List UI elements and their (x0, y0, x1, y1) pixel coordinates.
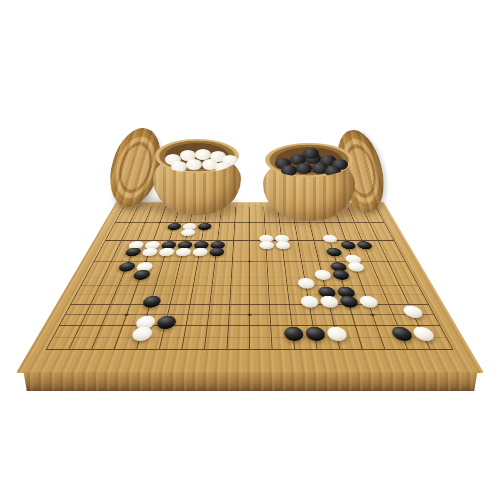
board-cell (258, 244, 275, 251)
board-cell (433, 331, 461, 343)
board-cell (162, 290, 184, 299)
go-set-photo (0, 0, 500, 500)
board-cell (399, 265, 421, 273)
board-cell (172, 331, 196, 343)
white-stone (259, 241, 274, 249)
black-stone-in-bowl (303, 148, 319, 159)
board-cell (239, 331, 261, 343)
board-cell (224, 250, 241, 257)
board-cell (204, 273, 223, 281)
black-stone (325, 248, 342, 256)
board-cell (198, 309, 220, 320)
board-cell (175, 320, 198, 331)
board-cell (240, 290, 260, 299)
board-cell (219, 309, 240, 320)
board-cell (220, 299, 240, 309)
board-cell (147, 343, 173, 356)
white-stone-bowl (153, 139, 241, 215)
board-cell (259, 281, 278, 290)
board-cell (207, 250, 225, 257)
white-stone-in-bowl (186, 159, 202, 170)
white-stone (192, 248, 208, 256)
board-cell (241, 250, 258, 257)
board-cell (221, 290, 241, 299)
board-cell (187, 265, 206, 273)
board-cell (242, 244, 259, 251)
board-cell (240, 281, 259, 290)
board-cell (221, 281, 240, 290)
board-cell (261, 343, 284, 356)
board-cell (421, 309, 447, 320)
board-cell (150, 331, 175, 343)
board-cell (240, 309, 261, 320)
board-cell (167, 273, 187, 281)
white-stone (275, 241, 290, 249)
black-stone-bowl (263, 143, 355, 221)
board-cell (153, 320, 177, 331)
board-cell (308, 250, 327, 257)
board-cell (293, 258, 312, 265)
board-cell (407, 281, 431, 290)
board-cell (416, 299, 441, 309)
board-grid (32, 204, 468, 356)
black-stone (209, 248, 225, 256)
board-cell (173, 250, 192, 257)
board-cell (279, 299, 300, 309)
board-cell (279, 290, 299, 299)
board-cell (276, 265, 295, 273)
board-cell (181, 290, 202, 299)
board-cell (427, 320, 454, 331)
white-stone (300, 296, 319, 308)
board-cell (260, 290, 280, 299)
board-cell (259, 258, 277, 265)
board-cell (277, 273, 296, 281)
board-cell (241, 273, 259, 281)
black-stone (283, 327, 304, 341)
board-front-edge (16, 372, 484, 391)
board-cell (388, 244, 408, 251)
board-cell (190, 250, 208, 257)
board-cell (189, 258, 208, 265)
white-stone (322, 235, 338, 243)
black-stone (197, 223, 212, 230)
board-cell (304, 331, 328, 343)
board-cell (292, 250, 310, 257)
board-cell (305, 343, 330, 356)
board-cell (224, 258, 242, 265)
board-cell (185, 273, 205, 281)
white-stone (313, 270, 331, 280)
white-stone (175, 248, 192, 256)
go-board (16, 202, 484, 373)
board-cell (177, 309, 199, 320)
board-cell (260, 320, 282, 331)
white-stone (180, 229, 195, 236)
board-cell (159, 299, 181, 309)
board-cell (412, 290, 436, 299)
board-cell (300, 309, 322, 320)
board-cell (294, 265, 313, 273)
board-cell (291, 244, 309, 251)
board-cell (313, 273, 333, 281)
board-cell (223, 265, 241, 273)
board-cell (179, 299, 201, 309)
board-cell (321, 309, 344, 320)
board-cell (299, 299, 321, 309)
board-cell (241, 258, 259, 265)
board-cell (275, 250, 293, 257)
board-cell (193, 343, 217, 356)
board-cell (206, 258, 224, 265)
board-cell (283, 343, 307, 356)
board-cell (239, 320, 260, 331)
board-cell (217, 331, 240, 343)
board-cell (276, 258, 294, 265)
white-stone (158, 248, 175, 256)
board-cell (310, 258, 329, 265)
board-cell (218, 320, 240, 331)
bowl-opening (155, 139, 239, 173)
board-cell (403, 273, 426, 281)
board-cell (259, 273, 278, 281)
board-cell (259, 265, 277, 273)
board-cell (241, 265, 259, 273)
board-cell (296, 281, 316, 290)
board-cell (201, 290, 221, 299)
board-cell (260, 299, 280, 309)
board-cell (200, 299, 221, 309)
board-cell (239, 343, 262, 356)
board-cell (258, 250, 275, 257)
black-stone (166, 223, 181, 230)
board-cell (261, 331, 284, 343)
board-cell (196, 320, 218, 331)
board-cell (202, 281, 222, 290)
board-cell (319, 299, 341, 309)
board-cell (205, 265, 224, 273)
board-cell (391, 250, 412, 257)
board-cell (307, 244, 325, 251)
board-cell (395, 258, 416, 265)
board-cell (183, 281, 203, 290)
board-cell (240, 299, 260, 309)
board-cell (222, 273, 241, 281)
board-cell (164, 281, 185, 290)
board-cell (170, 343, 195, 356)
board-cell (274, 244, 291, 251)
board-cell (169, 265, 189, 273)
board-cell (216, 343, 239, 356)
board-cell (278, 281, 298, 290)
bowl-opening (265, 143, 353, 177)
black-stone-in-bowl (296, 163, 312, 174)
board-cell (225, 244, 242, 251)
board-cell (171, 258, 190, 265)
board-cell (280, 309, 302, 320)
board-cell (195, 331, 218, 343)
board-cell (260, 309, 281, 320)
board-cell (282, 331, 305, 343)
white-stone (297, 278, 315, 288)
